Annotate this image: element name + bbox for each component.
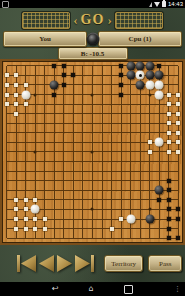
board-cell[interactable] <box>40 128 50 138</box>
board-cell[interactable] <box>69 166 79 176</box>
board-cell[interactable] <box>107 147 117 157</box>
board-cell[interactable] <box>69 214 79 224</box>
board-cell[interactable] <box>126 99 136 109</box>
board-cell[interactable] <box>173 176 183 186</box>
board-cell[interactable] <box>88 118 98 128</box>
board-cell[interactable] <box>2 99 12 109</box>
board-cell[interactable] <box>12 176 22 186</box>
board-cell[interactable] <box>2 166 12 176</box>
board-cell[interactable] <box>135 118 145 128</box>
board-cell[interactable] <box>135 147 145 157</box>
board-cell[interactable] <box>164 80 174 90</box>
board-cell[interactable] <box>12 186 22 196</box>
board-cell[interactable] <box>116 233 126 243</box>
board-cell[interactable] <box>78 233 88 243</box>
board-cell[interactable] <box>97 147 107 157</box>
board-cell[interactable] <box>154 99 164 109</box>
board-cell[interactable] <box>88 214 98 224</box>
board-cell[interactable] <box>97 214 107 224</box>
board-cell[interactable] <box>21 61 31 71</box>
board-cell[interactable] <box>154 90 164 100</box>
board-cell[interactable] <box>97 166 107 176</box>
board-cell[interactable] <box>78 214 88 224</box>
board-cell[interactable] <box>173 195 183 205</box>
board-cell[interactable] <box>78 90 88 100</box>
board-cell[interactable] <box>107 224 117 234</box>
board-cell[interactable] <box>126 71 136 81</box>
board-cell[interactable] <box>126 147 136 157</box>
board-cell[interactable] <box>12 80 22 90</box>
board-cell[interactable] <box>107 118 117 128</box>
board-cell[interactable] <box>21 138 31 148</box>
board-cell[interactable] <box>135 99 145 109</box>
board-cell[interactable] <box>88 233 98 243</box>
step-forward-button[interactable] <box>57 255 72 272</box>
board-cell[interactable] <box>69 195 79 205</box>
board-cell[interactable] <box>50 195 60 205</box>
board-cell[interactable] <box>40 109 50 119</box>
board-cell[interactable] <box>78 128 88 138</box>
board-cell[interactable] <box>97 71 107 81</box>
board-cell[interactable] <box>40 90 50 100</box>
board-cell[interactable] <box>59 71 69 81</box>
board-cell[interactable] <box>12 214 22 224</box>
board-cell[interactable] <box>173 61 183 71</box>
board-cell[interactable] <box>145 99 155 109</box>
board-cell[interactable] <box>116 166 126 176</box>
board-cell[interactable] <box>78 157 88 167</box>
board-cell[interactable] <box>164 233 174 243</box>
board-cell[interactable] <box>126 176 136 186</box>
board-cell[interactable] <box>126 109 136 119</box>
board-cell[interactable] <box>126 233 136 243</box>
board-cell[interactable] <box>40 205 50 215</box>
board-cell[interactable] <box>116 176 126 186</box>
board-cell[interactable] <box>69 99 79 109</box>
board-cell[interactable] <box>12 61 22 71</box>
board-cell[interactable] <box>2 138 12 148</box>
board-cell[interactable] <box>135 233 145 243</box>
board-cell[interactable] <box>97 195 107 205</box>
board-cell[interactable] <box>78 109 88 119</box>
board-cell[interactable] <box>164 214 174 224</box>
board-cell[interactable] <box>164 205 174 215</box>
step-back-button[interactable] <box>39 255 54 272</box>
board-cell[interactable] <box>40 118 50 128</box>
board-cell[interactable] <box>97 224 107 234</box>
board-cell[interactable] <box>126 80 136 90</box>
board-cell[interactable] <box>164 166 174 176</box>
board-cell[interactable] <box>145 109 155 119</box>
board-cell[interactable] <box>88 205 98 215</box>
board-cell[interactable] <box>135 157 145 167</box>
board-cell[interactable] <box>12 157 22 167</box>
board-cell[interactable] <box>2 233 12 243</box>
board-cell[interactable] <box>40 71 50 81</box>
board-cell[interactable] <box>40 166 50 176</box>
board-cell[interactable] <box>126 61 136 71</box>
board-cell[interactable] <box>31 109 41 119</box>
board-cell[interactable] <box>59 118 69 128</box>
board-cell[interactable] <box>145 233 155 243</box>
board-cell[interactable] <box>107 176 117 186</box>
board-cell[interactable] <box>173 71 183 81</box>
board-cell[interactable] <box>88 166 98 176</box>
board-cell[interactable] <box>126 224 136 234</box>
board-cell[interactable] <box>78 147 88 157</box>
board-cell[interactable] <box>145 128 155 138</box>
board-cell[interactable] <box>21 205 31 215</box>
board-cell[interactable] <box>78 186 88 196</box>
territory-button[interactable]: Territory <box>104 255 143 272</box>
board-cell[interactable] <box>78 99 88 109</box>
board-cell[interactable] <box>164 224 174 234</box>
board-cell[interactable] <box>31 90 41 100</box>
board-cell[interactable] <box>107 61 117 71</box>
board-cell[interactable] <box>164 99 174 109</box>
board-cell[interactable] <box>164 138 174 148</box>
board-cell[interactable] <box>145 157 155 167</box>
board-cell[interactable] <box>12 118 22 128</box>
board-cell[interactable] <box>97 90 107 100</box>
board-cell[interactable] <box>88 90 98 100</box>
board-cell[interactable] <box>135 205 145 215</box>
board-cell[interactable] <box>2 61 12 71</box>
board-cell[interactable] <box>40 61 50 71</box>
board-cell[interactable] <box>12 224 22 234</box>
board-cell[interactable] <box>88 99 98 109</box>
board-cell[interactable] <box>50 118 60 128</box>
board-cell[interactable] <box>164 90 174 100</box>
board-cell[interactable] <box>145 166 155 176</box>
board-cell[interactable] <box>135 80 145 90</box>
board-cell[interactable] <box>78 80 88 90</box>
board-cell[interactable] <box>2 90 12 100</box>
board-cell[interactable] <box>59 176 69 186</box>
board-cell[interactable] <box>59 166 69 176</box>
board-cell[interactable] <box>135 71 145 81</box>
board-cell[interactable] <box>12 233 22 243</box>
board-cell[interactable] <box>40 99 50 109</box>
board-cell[interactable] <box>145 176 155 186</box>
home-icon[interactable]: ⌂ <box>89 282 94 296</box>
board-cell[interactable] <box>173 99 183 109</box>
board-cell[interactable] <box>78 176 88 186</box>
board-cell[interactable] <box>135 90 145 100</box>
board-cell[interactable] <box>59 90 69 100</box>
board-cell[interactable] <box>21 147 31 157</box>
board-cell[interactable] <box>126 138 136 148</box>
board-cell[interactable] <box>173 138 183 148</box>
board-cell[interactable] <box>135 61 145 71</box>
board-cell[interactable] <box>50 71 60 81</box>
board-cell[interactable] <box>40 176 50 186</box>
board-cell[interactable] <box>69 71 79 81</box>
board-cell[interactable] <box>59 186 69 196</box>
board-cell[interactable] <box>97 233 107 243</box>
board-cell[interactable] <box>97 128 107 138</box>
board-cell[interactable] <box>116 147 126 157</box>
board-cell[interactable] <box>116 61 126 71</box>
board-cell[interactable] <box>40 157 50 167</box>
board-cell[interactable] <box>107 80 117 90</box>
board-cell[interactable] <box>21 214 31 224</box>
board-cell[interactable] <box>154 214 164 224</box>
board-cell[interactable] <box>69 224 79 234</box>
board-cell[interactable] <box>173 224 183 234</box>
board-cell[interactable] <box>126 166 136 176</box>
board-cell[interactable] <box>69 90 79 100</box>
board-cell[interactable] <box>50 80 60 90</box>
pass-button[interactable]: Pass <box>148 255 182 272</box>
board-cell[interactable] <box>40 138 50 148</box>
board-cell[interactable] <box>12 138 22 148</box>
board-cell[interactable] <box>126 118 136 128</box>
board-cell[interactable] <box>78 224 88 234</box>
board-cell[interactable] <box>116 99 126 109</box>
board-cell[interactable] <box>21 166 31 176</box>
back-icon[interactable]: ↩ <box>52 282 59 296</box>
board-cell[interactable] <box>164 157 174 167</box>
board-cell[interactable] <box>69 157 79 167</box>
board-cell[interactable] <box>2 205 12 215</box>
board-cell[interactable] <box>31 99 41 109</box>
board-cell[interactable] <box>107 214 117 224</box>
board-cell[interactable] <box>88 71 98 81</box>
board-cell[interactable] <box>59 128 69 138</box>
board-cell[interactable] <box>31 80 41 90</box>
board-cell[interactable] <box>135 128 145 138</box>
board-cell[interactable] <box>31 128 41 138</box>
board-cell[interactable] <box>107 157 117 167</box>
board-cell[interactable] <box>145 71 155 81</box>
board-cell[interactable] <box>12 128 22 138</box>
board-cell[interactable] <box>173 233 183 243</box>
board-cell[interactable] <box>59 138 69 148</box>
board-cell[interactable] <box>31 118 41 128</box>
board-cell[interactable] <box>116 118 126 128</box>
board-cell[interactable] <box>173 109 183 119</box>
board-cell[interactable] <box>69 118 79 128</box>
board-cell[interactable] <box>31 233 41 243</box>
board-cell[interactable] <box>31 195 41 205</box>
board-cell[interactable] <box>31 157 41 167</box>
board-cell[interactable] <box>50 99 60 109</box>
board-cell[interactable] <box>97 205 107 215</box>
board-cell[interactable] <box>154 109 164 119</box>
board-cell[interactable] <box>2 109 12 119</box>
board-cell[interactable] <box>97 176 107 186</box>
board-cell[interactable] <box>59 214 69 224</box>
board-cell[interactable] <box>107 90 117 100</box>
board-cell[interactable] <box>2 80 12 90</box>
board-cell[interactable] <box>59 61 69 71</box>
board-cell[interactable] <box>59 99 69 109</box>
board-cell[interactable] <box>31 205 41 215</box>
board-cell[interactable] <box>126 157 136 167</box>
board-cell[interactable] <box>126 205 136 215</box>
board-cell[interactable] <box>97 118 107 128</box>
board-cell[interactable] <box>59 233 69 243</box>
board-cell[interactable] <box>31 214 41 224</box>
board-cell[interactable] <box>164 109 174 119</box>
board-cell[interactable] <box>88 176 98 186</box>
board-cell[interactable] <box>59 80 69 90</box>
board-cell[interactable] <box>116 109 126 119</box>
board-cell[interactable] <box>135 109 145 119</box>
board-cell[interactable] <box>173 147 183 157</box>
board-cell[interactable] <box>173 214 183 224</box>
board-cell[interactable] <box>145 214 155 224</box>
board-cell[interactable] <box>164 195 174 205</box>
board-cell[interactable] <box>40 195 50 205</box>
board-cell[interactable] <box>21 195 31 205</box>
board-cell[interactable] <box>97 138 107 148</box>
board-cell[interactable] <box>40 147 50 157</box>
board-cell[interactable] <box>88 128 98 138</box>
board-cell[interactable] <box>126 128 136 138</box>
board-cell[interactable] <box>107 186 117 196</box>
board-cell[interactable] <box>126 214 136 224</box>
board-cell[interactable] <box>116 138 126 148</box>
board-cell[interactable] <box>2 176 12 186</box>
board-cell[interactable] <box>145 138 155 148</box>
board-cell[interactable] <box>50 147 60 157</box>
board-cell[interactable] <box>145 147 155 157</box>
board-cell[interactable] <box>31 61 41 71</box>
board-cell[interactable] <box>2 118 12 128</box>
board-cell[interactable] <box>2 214 12 224</box>
board-cell[interactable] <box>50 233 60 243</box>
board-cell[interactable] <box>88 186 98 196</box>
board-cell[interactable] <box>50 214 60 224</box>
board-cell[interactable] <box>164 147 174 157</box>
board-cell[interactable] <box>31 147 41 157</box>
board-cell[interactable] <box>135 186 145 196</box>
board-cell[interactable] <box>12 195 22 205</box>
board-cell[interactable] <box>126 186 136 196</box>
board-cell[interactable] <box>88 61 98 71</box>
board-cell[interactable] <box>40 214 50 224</box>
board-cell[interactable] <box>69 205 79 215</box>
board-cell[interactable] <box>12 166 22 176</box>
board-cell[interactable] <box>154 233 164 243</box>
board-cell[interactable] <box>107 128 117 138</box>
board-cell[interactable] <box>173 157 183 167</box>
board-cell[interactable] <box>154 205 164 215</box>
board-cell[interactable] <box>145 205 155 215</box>
board-cell[interactable] <box>145 195 155 205</box>
board-cell[interactable] <box>31 224 41 234</box>
board-cell[interactable] <box>154 71 164 81</box>
board-cell[interactable] <box>59 205 69 215</box>
board-cell[interactable] <box>97 61 107 71</box>
board-cell[interactable] <box>2 224 12 234</box>
board-cell[interactable] <box>2 195 12 205</box>
board-cell[interactable] <box>116 186 126 196</box>
board-cell[interactable] <box>107 233 117 243</box>
board-cell[interactable] <box>145 61 155 71</box>
board-cell[interactable] <box>69 138 79 148</box>
board-cell[interactable] <box>40 186 50 196</box>
board-cell[interactable] <box>2 186 12 196</box>
board-cell[interactable] <box>154 186 164 196</box>
board-cell[interactable] <box>12 205 22 215</box>
board-cell[interactable] <box>164 71 174 81</box>
board-cell[interactable] <box>173 166 183 176</box>
board-cell[interactable] <box>135 195 145 205</box>
board-cell[interactable] <box>50 128 60 138</box>
board-cell[interactable] <box>12 147 22 157</box>
board-cell[interactable] <box>50 61 60 71</box>
board-cell[interactable] <box>21 109 31 119</box>
board-cell[interactable] <box>40 224 50 234</box>
board-cell[interactable] <box>97 186 107 196</box>
board-cell[interactable] <box>78 61 88 71</box>
skip-to-end-button[interactable] <box>75 255 94 272</box>
board-cell[interactable] <box>97 157 107 167</box>
board-cell[interactable] <box>135 176 145 186</box>
board-cell[interactable] <box>21 176 31 186</box>
board-cell[interactable] <box>21 157 31 167</box>
board-cell[interactable] <box>173 128 183 138</box>
board-cell[interactable] <box>154 224 164 234</box>
board-cell[interactable] <box>135 224 145 234</box>
board-cell[interactable] <box>31 186 41 196</box>
board-cell[interactable] <box>21 224 31 234</box>
board-cell[interactable] <box>116 80 126 90</box>
board-cell[interactable] <box>154 128 164 138</box>
board-cell[interactable] <box>59 109 69 119</box>
board-cell[interactable] <box>145 224 155 234</box>
board-cell[interactable] <box>154 157 164 167</box>
board-cell[interactable] <box>145 118 155 128</box>
board-cell[interactable] <box>126 90 136 100</box>
board-cell[interactable] <box>173 90 183 100</box>
board-cell[interactable] <box>78 166 88 176</box>
board-cell[interactable] <box>59 195 69 205</box>
board-cell[interactable] <box>116 157 126 167</box>
board-cell[interactable] <box>50 224 60 234</box>
skip-to-start-button[interactable] <box>17 255 36 272</box>
board-cell[interactable] <box>135 138 145 148</box>
board-cell[interactable] <box>69 61 79 71</box>
board-cell[interactable] <box>154 147 164 157</box>
board-cell[interactable] <box>40 80 50 90</box>
board-cell[interactable] <box>50 109 60 119</box>
board-cell[interactable] <box>21 118 31 128</box>
board-cell[interactable] <box>40 233 50 243</box>
board-cell[interactable] <box>154 195 164 205</box>
board-cell[interactable] <box>88 80 98 90</box>
board-cell[interactable] <box>88 157 98 167</box>
board-cell[interactable] <box>50 157 60 167</box>
board-cell[interactable] <box>69 80 79 90</box>
board-cell[interactable] <box>31 176 41 186</box>
board-cell[interactable] <box>21 71 31 81</box>
board-cell[interactable] <box>21 233 31 243</box>
board-cell[interactable] <box>116 90 126 100</box>
board-cell[interactable] <box>50 205 60 215</box>
board-cell[interactable] <box>116 195 126 205</box>
board-cell[interactable] <box>21 186 31 196</box>
board-cell[interactable] <box>88 109 98 119</box>
board-cell[interactable] <box>173 80 183 90</box>
board-cell[interactable] <box>2 157 12 167</box>
board-cell[interactable] <box>69 128 79 138</box>
board-cell[interactable] <box>164 176 174 186</box>
board-cell[interactable] <box>107 71 117 81</box>
